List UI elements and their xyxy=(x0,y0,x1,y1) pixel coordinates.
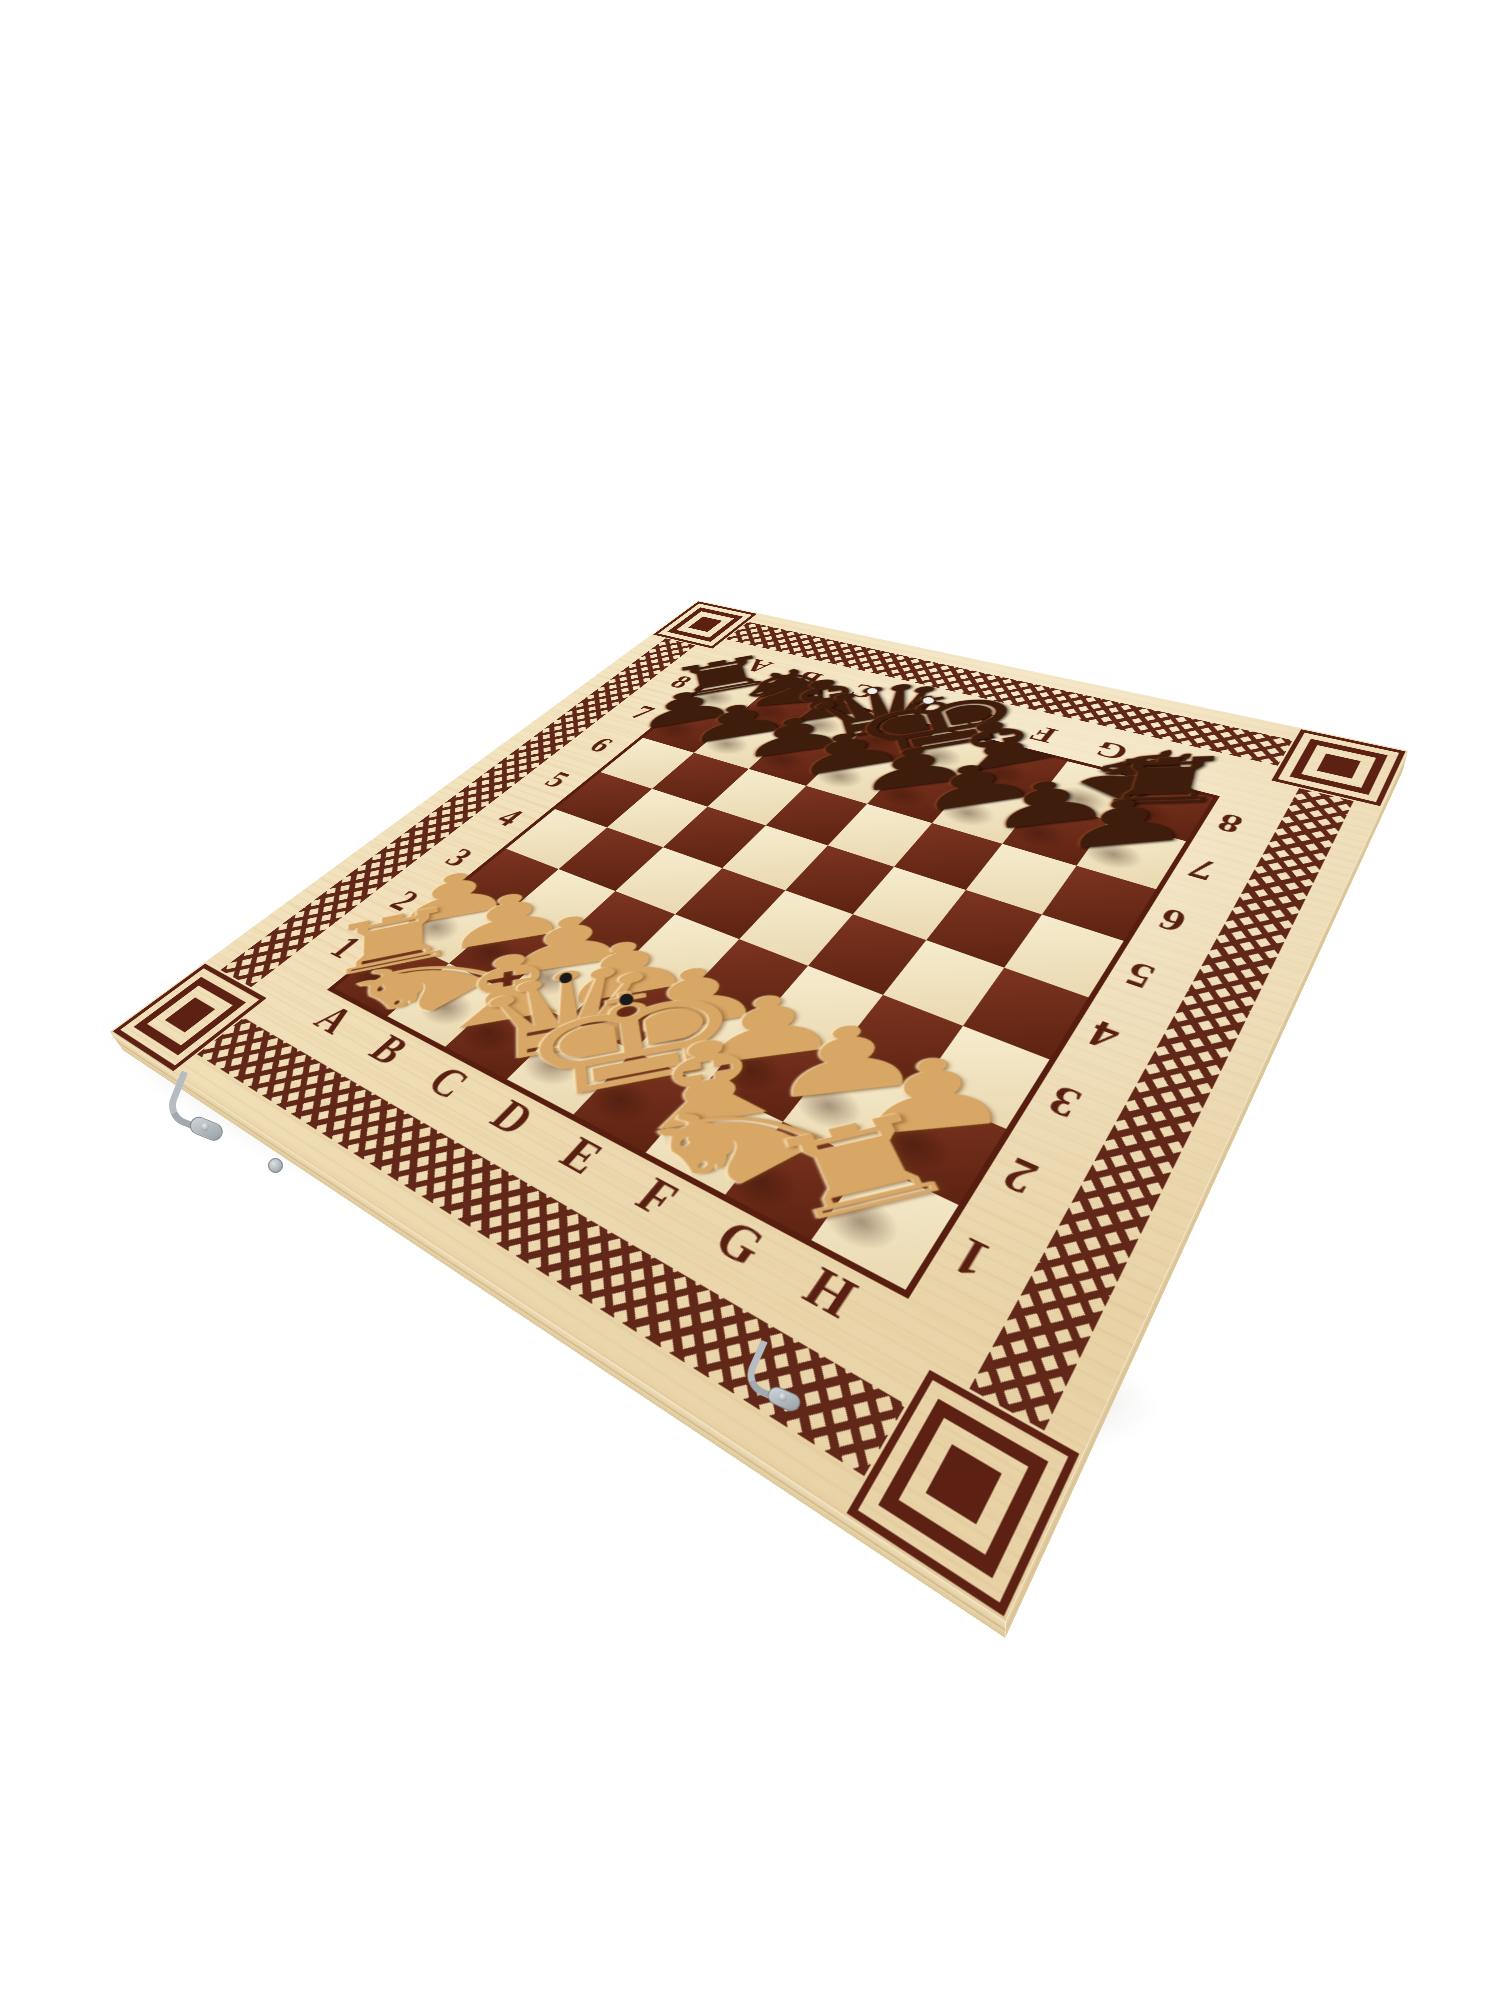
piece-shadow xyxy=(863,1108,967,1185)
braid-border-right xyxy=(969,788,1353,1430)
rank-label: 3 xyxy=(1009,1056,1117,1153)
piece-shadow xyxy=(572,1067,666,1135)
screw-icon xyxy=(268,1158,283,1173)
piece-shadow xyxy=(506,1035,596,1098)
rank-label: 5 xyxy=(1091,937,1188,1016)
piece-shadow xyxy=(779,1072,878,1143)
file-label: A xyxy=(284,986,384,1054)
pieces-layer: ♜♞♝♛♚♝♞♜♟♟♟♟♟♟♟♟♟♟♟♟♟♟♟♟♜♞♝♛♚♝♞♜ xyxy=(335,672,1210,1281)
piece-shadow xyxy=(644,1102,743,1175)
square-g2[interactable] xyxy=(783,1055,918,1161)
product-photo: ABCDEFGH ABCDEFGH 87654321 87654321 ♜♞♝♛… xyxy=(0,0,1487,2000)
piece-shadow xyxy=(632,1008,722,1069)
square-f5[interactable] xyxy=(853,867,965,940)
piece-shadow xyxy=(710,1144,814,1224)
chess-box-lid: ABCDEFGH ABCDEFGH 87654321 87654321 ♜♞♝♛… xyxy=(110,601,1408,1622)
rank-label: 1 xyxy=(909,1200,1032,1323)
rank-labels-right: 87654321 xyxy=(909,795,1271,1322)
piece-shadow xyxy=(703,1039,797,1105)
square-d1[interactable] xyxy=(507,1019,634,1114)
square-h4[interactable] xyxy=(963,968,1089,1060)
piece-glyph: ♜ xyxy=(750,1099,981,1240)
square-h2[interactable] xyxy=(867,1090,1007,1205)
file-label: G xyxy=(675,1192,805,1298)
camera-roll-wrapper: ABCDEFGH ABCDEFGH 87654321 87654321 ♜♞♝♛… xyxy=(0,0,1487,2000)
piece-glyph: ♚ xyxy=(512,964,763,1120)
square-g1[interactable] xyxy=(725,1121,867,1240)
square-f2[interactable] xyxy=(705,1023,835,1122)
square-f1[interactable] xyxy=(646,1085,783,1195)
file-label: C xyxy=(394,1045,502,1123)
square-g5[interactable] xyxy=(926,890,1042,968)
piece-shadow xyxy=(807,1181,916,1267)
piece-glyph: ♝ xyxy=(609,1018,817,1149)
rank-label: 7 xyxy=(1158,838,1246,903)
rank-label: 4 xyxy=(1052,994,1154,1081)
piece-glyph: ♟ xyxy=(847,1045,1021,1148)
square-h3[interactable] xyxy=(917,1026,1049,1128)
file-labels-near: ABCDEFGH xyxy=(284,986,899,1352)
piece-glyph: ♞ xyxy=(600,1071,867,1219)
square-h5[interactable] xyxy=(1004,914,1124,997)
corner-ornament-icon xyxy=(847,1370,1080,1616)
file-label: E xyxy=(523,1112,641,1202)
rank-label: 2 xyxy=(962,1124,1077,1233)
perspective-scene: ABCDEFGH ABCDEFGH 87654321 87654321 ♜♞♝♛… xyxy=(0,0,1487,2000)
square-g3[interactable] xyxy=(835,995,963,1090)
file-label: B xyxy=(337,1014,441,1087)
file-label: F xyxy=(595,1150,719,1248)
finial-tip-icon xyxy=(618,992,634,1006)
file-label: H xyxy=(762,1237,899,1353)
finial-tip-icon xyxy=(921,696,934,704)
file-label: D xyxy=(456,1077,569,1161)
square-g4[interactable] xyxy=(882,940,1004,1026)
piece-glyph: ♟ xyxy=(1057,790,1198,856)
rank-label: 6 xyxy=(1126,886,1218,957)
square-h6[interactable] xyxy=(1042,865,1156,940)
square-f4[interactable] xyxy=(808,914,926,995)
piece-glyph: ♟ xyxy=(765,1012,931,1111)
square-h1[interactable] xyxy=(811,1161,959,1290)
square-e1[interactable] xyxy=(573,1051,705,1153)
